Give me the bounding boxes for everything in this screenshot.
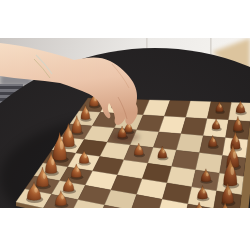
letterbox-top (0, 0, 250, 38)
hand-shadow (112, 132, 140, 142)
square-b6 (181, 118, 207, 136)
square-d6 (172, 150, 200, 170)
square-c6 (176, 134, 203, 153)
letterbox-bottom (0, 208, 250, 250)
window-frame-line (210, 38, 212, 55)
photo-chess-scene (0, 0, 250, 250)
scene-svg (0, 0, 250, 250)
square-d7 (196, 153, 223, 173)
